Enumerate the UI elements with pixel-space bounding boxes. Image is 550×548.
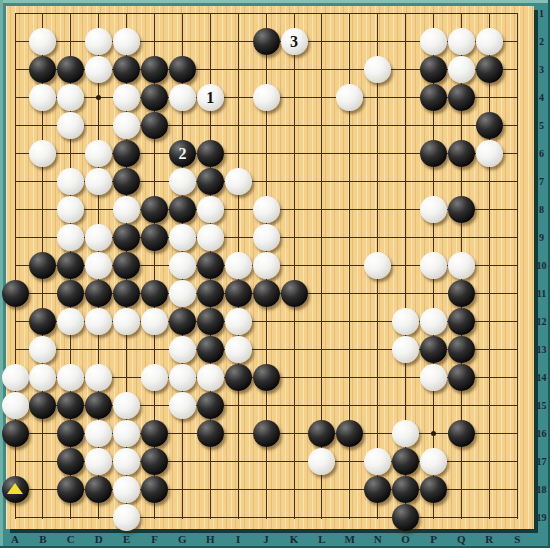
move-number-label: 2 [178, 146, 186, 162]
col-label-M: M [340, 533, 360, 545]
stone-black-E10[interactable] [113, 252, 140, 279]
stone-white-P2[interactable] [420, 28, 447, 55]
col-label-N: N [368, 533, 388, 545]
stone-white-D9[interactable] [85, 224, 112, 251]
stone-black-O19[interactable] [392, 504, 419, 531]
grid-line-vertical [294, 14, 295, 519]
stone-black-H13[interactable] [197, 336, 224, 363]
stone-white-B6[interactable] [29, 140, 56, 167]
row-label-15: 15 [534, 400, 549, 411]
stone-black-F16[interactable] [141, 420, 168, 447]
stone-black-L16[interactable] [308, 420, 335, 447]
stone-black-R3[interactable] [476, 56, 503, 83]
stone-white-D7[interactable] [85, 168, 112, 195]
stone-white-D3[interactable] [85, 56, 112, 83]
stone-black-C10[interactable] [57, 252, 84, 279]
stone-white-J8[interactable] [253, 196, 280, 223]
stone-white-G4[interactable] [169, 84, 196, 111]
row-label-19: 19 [534, 512, 549, 523]
stone-black-N18[interactable] [364, 476, 391, 503]
go-board: 312 [6, 6, 534, 529]
stone-white-G15[interactable] [169, 392, 196, 419]
stone-white-O16[interactable] [392, 420, 419, 447]
stone-black-A16[interactable] [2, 420, 29, 447]
stone-white-C12[interactable] [57, 308, 84, 335]
frame-bevel-highlight-left [0, 0, 3, 548]
stone-white-F14[interactable] [141, 364, 168, 391]
stone-white-O13[interactable] [392, 336, 419, 363]
stone-white-N17[interactable] [364, 448, 391, 475]
stone-black-F18[interactable] [141, 476, 168, 503]
row-label-18: 18 [534, 484, 549, 495]
stone-black-P18[interactable] [420, 476, 447, 503]
stone-white-E16[interactable] [113, 420, 140, 447]
stone-white-D6[interactable] [85, 140, 112, 167]
col-label-G: G [172, 533, 192, 545]
stone-black-G8[interactable] [169, 196, 196, 223]
stone-white-C9[interactable] [57, 224, 84, 251]
stone-black-R5[interactable] [476, 112, 503, 139]
row-label-1: 1 [534, 8, 549, 19]
stone-black-H7[interactable] [197, 168, 224, 195]
col-label-A: A [5, 533, 25, 545]
stone-black-F5[interactable] [141, 112, 168, 139]
col-label-J: J [256, 533, 276, 545]
stone-white-H8[interactable] [197, 196, 224, 223]
stone-black-F11[interactable] [141, 280, 168, 307]
stone-white-M4[interactable] [336, 84, 363, 111]
col-label-K: K [284, 533, 304, 545]
stone-white-C4[interactable] [57, 84, 84, 111]
frame-bevel-highlight-top [0, 0, 550, 3]
stone-black-J14[interactable] [253, 364, 280, 391]
stone-white-I13[interactable] [225, 336, 252, 363]
col-label-P: P [424, 533, 444, 545]
stone-black-G6[interactable]: 2 [169, 140, 196, 167]
stone-black-I11[interactable] [225, 280, 252, 307]
stone-black-F3[interactable] [141, 56, 168, 83]
stone-black-H16[interactable] [197, 420, 224, 447]
stone-black-J16[interactable] [253, 420, 280, 447]
row-label-13: 13 [534, 344, 549, 355]
stone-white-C5[interactable] [57, 112, 84, 139]
stone-white-J9[interactable] [253, 224, 280, 251]
col-label-D: D [89, 533, 109, 545]
stone-white-E15[interactable] [113, 392, 140, 419]
stone-black-P13[interactable] [420, 336, 447, 363]
stone-black-H15[interactable] [197, 392, 224, 419]
row-label-3: 3 [534, 64, 549, 75]
stone-white-D10[interactable] [85, 252, 112, 279]
stone-white-L17[interactable] [308, 448, 335, 475]
row-label-5: 5 [534, 120, 549, 131]
stone-white-J10[interactable] [253, 252, 280, 279]
stone-black-P6[interactable] [420, 140, 447, 167]
stone-black-E7[interactable] [113, 168, 140, 195]
stone-white-I10[interactable] [225, 252, 252, 279]
grid-line-horizontal [15, 517, 518, 518]
row-label-11: 11 [534, 288, 549, 299]
stone-black-C16[interactable] [57, 420, 84, 447]
stone-white-P14[interactable] [420, 364, 447, 391]
stone-white-Q3[interactable] [448, 56, 475, 83]
row-label-12: 12 [534, 316, 549, 327]
col-label-F: F [145, 533, 165, 545]
stone-white-C7[interactable] [57, 168, 84, 195]
stone-black-E3[interactable] [113, 56, 140, 83]
stone-black-F4[interactable] [141, 84, 168, 111]
stone-white-B2[interactable] [29, 28, 56, 55]
stone-black-B3[interactable] [29, 56, 56, 83]
stone-black-G12[interactable] [169, 308, 196, 335]
stone-black-C15[interactable] [57, 392, 84, 419]
stone-black-Q8[interactable] [448, 196, 475, 223]
stone-white-G7[interactable] [169, 168, 196, 195]
stone-white-G14[interactable] [169, 364, 196, 391]
stone-white-D17[interactable] [85, 448, 112, 475]
stone-white-O12[interactable] [392, 308, 419, 335]
stone-black-C3[interactable] [57, 56, 84, 83]
stone-white-G10[interactable] [169, 252, 196, 279]
stone-black-C18[interactable] [57, 476, 84, 503]
stone-black-D11[interactable] [85, 280, 112, 307]
row-label-9: 9 [534, 232, 549, 243]
stone-black-H6[interactable] [197, 140, 224, 167]
stone-black-B15[interactable] [29, 392, 56, 419]
stone-black-P3[interactable] [420, 56, 447, 83]
stone-black-F8[interactable] [141, 196, 168, 223]
col-label-C: C [61, 533, 81, 545]
stone-white-P17[interactable] [420, 448, 447, 475]
stone-white-H9[interactable] [197, 224, 224, 251]
stone-black-Q11[interactable] [448, 280, 475, 307]
stone-black-D15[interactable] [85, 392, 112, 419]
stone-black-E9[interactable] [113, 224, 140, 251]
move-number-label: 3 [290, 34, 298, 50]
stone-black-B12[interactable] [29, 308, 56, 335]
row-label-10: 10 [534, 260, 549, 271]
stone-black-O17[interactable] [392, 448, 419, 475]
stone-white-J4[interactable] [253, 84, 280, 111]
grid-line-vertical [489, 14, 490, 519]
stone-black-I14[interactable] [225, 364, 252, 391]
stone-black-M16[interactable] [336, 420, 363, 447]
stone-white-Q2[interactable] [448, 28, 475, 55]
stone-black-K11[interactable] [281, 280, 308, 307]
stone-white-E17[interactable] [113, 448, 140, 475]
stone-white-G13[interactable] [169, 336, 196, 363]
stone-white-B4[interactable] [29, 84, 56, 111]
col-label-B: B [33, 533, 53, 545]
col-label-H: H [200, 533, 220, 545]
stone-white-P12[interactable] [420, 308, 447, 335]
stone-white-D14[interactable] [85, 364, 112, 391]
stone-white-C8[interactable] [57, 196, 84, 223]
stone-white-E2[interactable] [113, 28, 140, 55]
star-point-D4 [96, 95, 101, 100]
stone-white-B13[interactable] [29, 336, 56, 363]
stone-black-J11[interactable] [253, 280, 280, 307]
stone-white-R6[interactable] [476, 140, 503, 167]
col-label-L: L [312, 533, 332, 545]
stone-white-D16[interactable] [85, 420, 112, 447]
stone-black-Q4[interactable] [448, 84, 475, 111]
stone-white-E5[interactable] [113, 112, 140, 139]
stone-black-Q14[interactable] [448, 364, 475, 391]
col-label-Q: Q [451, 533, 471, 545]
stone-white-E12[interactable] [113, 308, 140, 335]
stone-white-H4[interactable]: 1 [197, 84, 224, 111]
stone-white-P8[interactable] [420, 196, 447, 223]
stone-black-A18[interactable] [2, 476, 29, 503]
stone-black-H12[interactable] [197, 308, 224, 335]
stone-black-C11[interactable] [57, 280, 84, 307]
stone-black-E6[interactable] [113, 140, 140, 167]
stone-black-Q13[interactable] [448, 336, 475, 363]
grid-line-horizontal [15, 125, 518, 126]
stone-white-E8[interactable] [113, 196, 140, 223]
col-label-O: O [396, 533, 416, 545]
stone-white-E4[interactable] [113, 84, 140, 111]
stone-white-G9[interactable] [169, 224, 196, 251]
stone-white-Q10[interactable] [448, 252, 475, 279]
stone-black-C17[interactable] [57, 448, 84, 475]
stone-black-G3[interactable] [169, 56, 196, 83]
goban-frame: 312 ABCDEFGHIJKLMNOPQRS 1234567891011121… [0, 0, 550, 548]
stone-white-G11[interactable] [169, 280, 196, 307]
stone-black-P4[interactable] [420, 84, 447, 111]
stone-white-K2[interactable]: 3 [281, 28, 308, 55]
stone-black-B10[interactable] [29, 252, 56, 279]
stone-white-A15[interactable] [2, 392, 29, 419]
grid-line-horizontal [15, 13, 518, 14]
row-label-6: 6 [534, 148, 549, 159]
stone-white-D2[interactable] [85, 28, 112, 55]
star-point-P16 [431, 431, 436, 436]
move-number-label: 1 [206, 90, 214, 106]
stone-white-F12[interactable] [141, 308, 168, 335]
stone-white-E19[interactable] [113, 504, 140, 531]
stone-white-I12[interactable] [225, 308, 252, 335]
stone-white-A14[interactable] [2, 364, 29, 391]
stone-black-F9[interactable] [141, 224, 168, 251]
row-label-7: 7 [534, 176, 549, 187]
stone-black-F17[interactable] [141, 448, 168, 475]
stone-black-Q16[interactable] [448, 420, 475, 447]
row-label-4: 4 [534, 92, 549, 103]
stone-white-N10[interactable] [364, 252, 391, 279]
stone-black-J2[interactable] [253, 28, 280, 55]
row-label-16: 16 [534, 428, 549, 439]
col-label-S: S [507, 533, 527, 545]
stone-black-A11[interactable] [2, 280, 29, 307]
stone-black-Q6[interactable] [448, 140, 475, 167]
stone-white-H14[interactable] [197, 364, 224, 391]
triangle-marker-icon [7, 483, 23, 494]
stone-black-O18[interactable] [392, 476, 419, 503]
stone-black-E11[interactable] [113, 280, 140, 307]
row-label-8: 8 [534, 204, 549, 215]
stone-white-E18[interactable] [113, 476, 140, 503]
stone-black-Q12[interactable] [448, 308, 475, 335]
row-label-17: 17 [534, 456, 549, 467]
stone-black-H10[interactable] [197, 252, 224, 279]
col-label-E: E [117, 533, 137, 545]
grid-line-vertical [517, 14, 518, 519]
stone-black-D18[interactable] [85, 476, 112, 503]
stone-white-I7[interactable] [225, 168, 252, 195]
stone-white-R2[interactable] [476, 28, 503, 55]
col-label-I: I [228, 533, 248, 545]
row-label-2: 2 [534, 36, 549, 47]
stone-white-P10[interactable] [420, 252, 447, 279]
stone-white-C14[interactable] [57, 364, 84, 391]
stone-white-N3[interactable] [364, 56, 391, 83]
stone-black-H11[interactable] [197, 280, 224, 307]
stone-white-B14[interactable] [29, 364, 56, 391]
row-label-14: 14 [534, 372, 549, 383]
col-label-R: R [479, 533, 499, 545]
stone-white-D12[interactable] [85, 308, 112, 335]
